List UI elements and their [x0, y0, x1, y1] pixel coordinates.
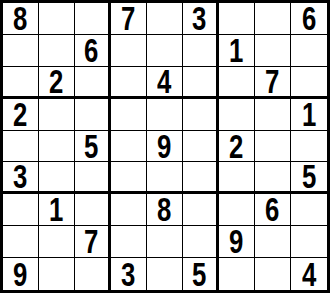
cell-r1c7[interactable] [219, 3, 255, 35]
given-digit: 6 [302, 3, 316, 35]
given-digit: 5 [192, 258, 206, 290]
given-digit: 8 [157, 194, 171, 226]
cell-r8c1[interactable] [3, 226, 39, 258]
cell-r4c2[interactable] [39, 99, 75, 131]
cell-r7c4[interactable] [111, 194, 147, 226]
cell-r6c1[interactable]: 3 [3, 162, 39, 194]
cell-r7c3[interactable] [75, 194, 111, 226]
given-digit: 2 [49, 67, 63, 98]
cell-r5c2[interactable] [39, 131, 75, 163]
cell-r6c6[interactable] [183, 162, 219, 194]
cell-r5c6[interactable] [183, 131, 219, 163]
cell-r5c5[interactable]: 9 [147, 131, 183, 163]
cell-r1c2[interactable] [39, 3, 75, 35]
given-digit: 1 [49, 194, 63, 226]
cell-r3c8[interactable]: 7 [255, 67, 291, 99]
cell-r2c5[interactable] [147, 35, 183, 67]
cell-r3c4[interactable] [111, 67, 147, 99]
cell-r7c7[interactable] [219, 194, 255, 226]
cell-r5c4[interactable] [111, 131, 147, 163]
given-digit: 4 [302, 258, 316, 290]
given-digit: 9 [157, 131, 171, 163]
cell-r3c5[interactable]: 4 [147, 67, 183, 99]
given-digit: 4 [157, 67, 171, 98]
cell-r5c9[interactable] [291, 131, 327, 163]
cell-r9c6[interactable]: 5 [183, 258, 219, 290]
cell-r8c2[interactable] [39, 226, 75, 258]
given-digit: 3 [121, 258, 135, 290]
cell-r5c8[interactable] [255, 131, 291, 163]
cell-r1c6[interactable]: 3 [183, 3, 219, 35]
given-digit: 7 [265, 67, 279, 98]
given-digit: 3 [13, 162, 27, 193]
cell-r9c4[interactable]: 3 [111, 258, 147, 290]
cell-r7c6[interactable] [183, 194, 219, 226]
cell-r4c1[interactable]: 2 [3, 99, 39, 131]
cell-r4c6[interactable] [183, 99, 219, 131]
cell-r7c2[interactable]: 1 [39, 194, 75, 226]
cell-r2c4[interactable] [111, 35, 147, 67]
cell-r5c3[interactable]: 5 [75, 131, 111, 163]
cell-r7c1[interactable] [3, 194, 39, 226]
given-digit: 7 [84, 226, 98, 258]
cell-r9c7[interactable] [219, 258, 255, 290]
given-digit: 3 [192, 3, 206, 35]
cell-r3c2[interactable]: 2 [39, 67, 75, 99]
cell-r6c4[interactable] [111, 162, 147, 194]
sudoku-board: 8736612472159235186799354 [0, 0, 330, 293]
cell-r2c6[interactable] [183, 35, 219, 67]
given-digit: 5 [84, 131, 98, 163]
cell-r3c9[interactable] [291, 67, 327, 99]
given-digit: 7 [121, 3, 135, 35]
cell-r4c4[interactable] [111, 99, 147, 131]
cell-r1c4[interactable]: 7 [111, 3, 147, 35]
cell-r6c3[interactable] [75, 162, 111, 194]
cell-r3c6[interactable] [183, 67, 219, 99]
cell-r1c1[interactable]: 8 [3, 3, 39, 35]
cell-r8c3[interactable]: 7 [75, 226, 111, 258]
cell-r6c2[interactable] [39, 162, 75, 194]
cell-r2c9[interactable] [291, 35, 327, 67]
cell-r4c7[interactable] [219, 99, 255, 131]
cell-r5c7[interactable]: 2 [219, 131, 255, 163]
given-digit: 5 [302, 162, 316, 193]
cell-r2c8[interactable] [255, 35, 291, 67]
cell-r1c5[interactable] [147, 3, 183, 35]
cell-r1c8[interactable] [255, 3, 291, 35]
cell-r4c5[interactable] [147, 99, 183, 131]
given-digit: 6 [84, 35, 98, 67]
given-digit: 9 [13, 258, 27, 290]
cell-r3c1[interactable] [3, 67, 39, 99]
cell-r6c7[interactable] [219, 162, 255, 194]
cell-r9c9[interactable]: 4 [291, 258, 327, 290]
cell-r4c3[interactable] [75, 99, 111, 131]
cell-r5c1[interactable] [3, 131, 39, 163]
given-digit: 9 [229, 226, 243, 258]
cell-r7c5[interactable]: 8 [147, 194, 183, 226]
given-digit: 1 [302, 99, 316, 131]
given-digit: 2 [13, 99, 27, 131]
cell-r2c1[interactable] [3, 35, 39, 67]
given-digit: 1 [229, 35, 243, 67]
cell-r9c2[interactable] [39, 258, 75, 290]
cell-r8c8[interactable] [255, 226, 291, 258]
cell-r1c3[interactable] [75, 3, 111, 35]
cell-r2c3[interactable]: 6 [75, 35, 111, 67]
cell-r8c6[interactable] [183, 226, 219, 258]
cell-r3c7[interactable] [219, 67, 255, 99]
cell-r1c9[interactable]: 6 [291, 3, 327, 35]
cell-r2c7[interactable]: 1 [219, 35, 255, 67]
cell-r6c8[interactable] [255, 162, 291, 194]
cell-r2c2[interactable] [39, 35, 75, 67]
cell-r7c8[interactable]: 6 [255, 194, 291, 226]
cell-r4c8[interactable] [255, 99, 291, 131]
cell-r9c8[interactable] [255, 258, 291, 290]
cell-r4c9[interactable]: 1 [291, 99, 327, 131]
cell-r8c9[interactable] [291, 226, 327, 258]
cell-r9c3[interactable] [75, 258, 111, 290]
given-digit: 2 [229, 131, 243, 163]
cell-r8c4[interactable] [111, 226, 147, 258]
cell-r8c7[interactable]: 9 [219, 226, 255, 258]
given-digit: 8 [13, 3, 27, 35]
cell-r9c1[interactable]: 9 [3, 258, 39, 290]
cell-r6c9[interactable]: 5 [291, 162, 327, 194]
cell-r7c9[interactable] [291, 194, 327, 226]
cell-r3c3[interactable] [75, 67, 111, 99]
cell-r6c5[interactable] [147, 162, 183, 194]
cell-r9c5[interactable] [147, 258, 183, 290]
cell-r8c5[interactable] [147, 226, 183, 258]
given-digit: 6 [265, 194, 279, 226]
